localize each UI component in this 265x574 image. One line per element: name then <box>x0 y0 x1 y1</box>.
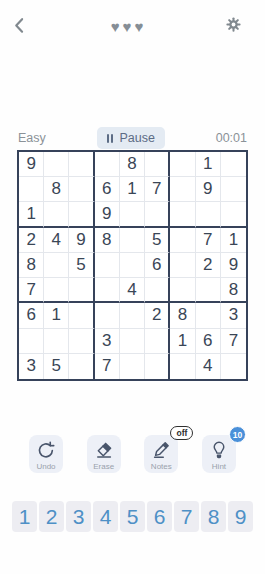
sudoku-cell[interactable]: 8 <box>170 303 195 328</box>
sudoku-cell[interactable]: 6 <box>196 329 221 354</box>
sudoku-cell[interactable]: 7 <box>145 177 170 202</box>
sudoku-cell[interactable] <box>221 202 246 227</box>
sudoku-cell[interactable]: 7 <box>95 354 120 379</box>
sudoku-cell[interactable]: 9 <box>69 228 94 253</box>
sudoku-cell[interactable] <box>95 278 120 303</box>
numpad-1[interactable]: 1 <box>12 501 37 532</box>
sudoku-cell[interactable] <box>145 354 170 379</box>
timer: 00:01 <box>216 131 247 145</box>
numpad-4[interactable]: 4 <box>93 501 118 532</box>
back-button[interactable] <box>10 15 30 38</box>
sudoku-cell[interactable]: 5 <box>145 228 170 253</box>
lives-indicator: ♥ ♥ ♥ <box>111 19 144 34</box>
sudoku-cell[interactable]: 4 <box>196 354 221 379</box>
sudoku-cell[interactable] <box>145 329 170 354</box>
sudoku-cell[interactable]: 8 <box>221 278 246 303</box>
sudoku-cell[interactable] <box>145 152 170 177</box>
sudoku-cell[interactable]: 7 <box>19 278 44 303</box>
sudoku-cell[interactable] <box>69 152 94 177</box>
numpad-3[interactable]: 3 <box>66 501 91 532</box>
sudoku-cell[interactable]: 3 <box>19 354 44 379</box>
toolbar: UndoEraseNotesoffHint10 <box>0 435 265 473</box>
sudoku-cell[interactable]: 9 <box>95 202 120 227</box>
sudoku-cell[interactable] <box>120 253 145 278</box>
status-bar: Easy Pause 00:01 <box>0 127 265 149</box>
numpad-7[interactable]: 7 <box>174 501 199 532</box>
sudoku-cell[interactable]: 8 <box>120 152 145 177</box>
sudoku-cell[interactable]: 8 <box>95 228 120 253</box>
undo-button[interactable]: Undo <box>29 435 63 473</box>
sudoku-cell[interactable] <box>69 354 94 379</box>
numpad-8[interactable]: 8 <box>201 501 226 532</box>
sudoku-cell[interactable]: 6 <box>145 253 170 278</box>
sudoku-cell[interactable] <box>44 202 69 227</box>
sudoku-cell[interactable]: 5 <box>69 253 94 278</box>
sudoku-cell[interactable] <box>196 278 221 303</box>
numpad-6[interactable]: 6 <box>147 501 172 532</box>
hint-button[interactable]: Hint10 <box>202 435 236 473</box>
numpad-5[interactable]: 5 <box>120 501 145 532</box>
sudoku-cell[interactable] <box>120 303 145 328</box>
top-bar: ♥ ♥ ♥ <box>0 15 265 37</box>
sudoku-cell[interactable] <box>170 253 195 278</box>
numpad-9[interactable]: 9 <box>228 501 253 532</box>
sudoku-cell[interactable] <box>221 177 246 202</box>
sudoku-cell[interactable]: 9 <box>19 152 44 177</box>
sudoku-cell[interactable] <box>19 177 44 202</box>
sudoku-cell[interactable] <box>170 177 195 202</box>
sudoku-cell[interactable] <box>145 202 170 227</box>
pause-button[interactable]: Pause <box>97 127 165 149</box>
sudoku-cell[interactable]: 3 <box>95 329 120 354</box>
sudoku-cell[interactable]: 7 <box>221 329 246 354</box>
sudoku-cell[interactable] <box>95 253 120 278</box>
sudoku-cell[interactable]: 3 <box>221 303 246 328</box>
tool-label: Notes <box>151 462 172 471</box>
tool-label: Erase <box>93 462 114 471</box>
sudoku-cell[interactable]: 5 <box>44 354 69 379</box>
sudoku-cell[interactable] <box>69 278 94 303</box>
sudoku-cell[interactable] <box>44 152 69 177</box>
sudoku-cell[interactable] <box>69 303 94 328</box>
sudoku-cell[interactable] <box>44 329 69 354</box>
heart-icon: ♥ <box>134 19 143 34</box>
sudoku-cell[interactable] <box>170 202 195 227</box>
pause-icon <box>107 134 114 143</box>
sudoku-cell[interactable]: 4 <box>120 278 145 303</box>
settings-button[interactable] <box>224 15 243 37</box>
erase-button[interactable]: Erase <box>87 435 121 473</box>
sudoku-cell[interactable]: 1 <box>196 152 221 177</box>
sudoku-cell[interactable]: 8 <box>19 253 44 278</box>
lightbulb-icon <box>208 439 230 461</box>
sudoku-cell[interactable]: 2 <box>19 228 44 253</box>
gear-icon <box>224 15 243 37</box>
sudoku-cell[interactable]: 1 <box>221 228 246 253</box>
sudoku-cell[interactable] <box>69 177 94 202</box>
sudoku-cell[interactable] <box>170 228 195 253</box>
hint-count-badge: 10 <box>229 426 246 443</box>
number-pad: 123456789 <box>0 501 265 532</box>
heart-icon: ♥ <box>123 19 132 34</box>
eraser-icon <box>93 439 115 461</box>
sudoku-cell[interactable] <box>69 202 94 227</box>
sudoku-cell[interactable] <box>44 278 69 303</box>
sudoku-board: 98186179192498571856297486128331673574 <box>17 150 248 381</box>
sudoku-cell[interactable] <box>170 354 195 379</box>
sudoku-cell[interactable] <box>44 253 69 278</box>
sudoku-cell[interactable]: 9 <box>196 177 221 202</box>
sudoku-cell[interactable]: 1 <box>170 329 195 354</box>
sudoku-cell[interactable]: 6 <box>95 177 120 202</box>
sudoku-cell[interactable] <box>196 202 221 227</box>
sudoku-cell[interactable]: 1 <box>120 177 145 202</box>
chevron-left-icon <box>10 15 30 38</box>
notes-button[interactable]: Notesoff <box>144 435 178 473</box>
sudoku-cell[interactable]: 1 <box>19 202 44 227</box>
sudoku-cell[interactable] <box>221 354 246 379</box>
sudoku-cell[interactable]: 2 <box>196 253 221 278</box>
sudoku-cell[interactable]: 9 <box>221 253 246 278</box>
sudoku-cell[interactable] <box>170 152 195 177</box>
notes-off-badge: off <box>170 426 193 440</box>
sudoku-cell[interactable]: 4 <box>44 228 69 253</box>
pencil-icon <box>150 439 172 461</box>
heart-icon: ♥ <box>111 19 120 34</box>
sudoku-cell[interactable] <box>170 278 195 303</box>
sudoku-cell[interactable] <box>120 329 145 354</box>
tool-label: Hint <box>212 462 226 471</box>
tool-label: Undo <box>36 462 55 471</box>
sudoku-cell[interactable] <box>145 278 170 303</box>
sudoku-cell[interactable] <box>120 202 145 227</box>
sudoku-cell[interactable] <box>221 152 246 177</box>
sudoku-cell[interactable]: 1 <box>44 303 69 328</box>
sudoku-cell[interactable] <box>95 303 120 328</box>
sudoku-cell[interactable] <box>69 329 94 354</box>
pause-label: Pause <box>119 131 154 145</box>
sudoku-cell[interactable]: 8 <box>44 177 69 202</box>
undo-icon <box>35 439 57 461</box>
numpad-2[interactable]: 2 <box>39 501 64 532</box>
sudoku-cell[interactable] <box>196 303 221 328</box>
sudoku-cell[interactable] <box>95 152 120 177</box>
sudoku-cell[interactable] <box>120 228 145 253</box>
sudoku-cell[interactable]: 6 <box>19 303 44 328</box>
sudoku-cell[interactable] <box>19 329 44 354</box>
sudoku-cell[interactable]: 2 <box>145 303 170 328</box>
sudoku-cell[interactable]: 7 <box>196 228 221 253</box>
difficulty-label: Easy <box>18 131 46 145</box>
sudoku-cell[interactable] <box>120 354 145 379</box>
